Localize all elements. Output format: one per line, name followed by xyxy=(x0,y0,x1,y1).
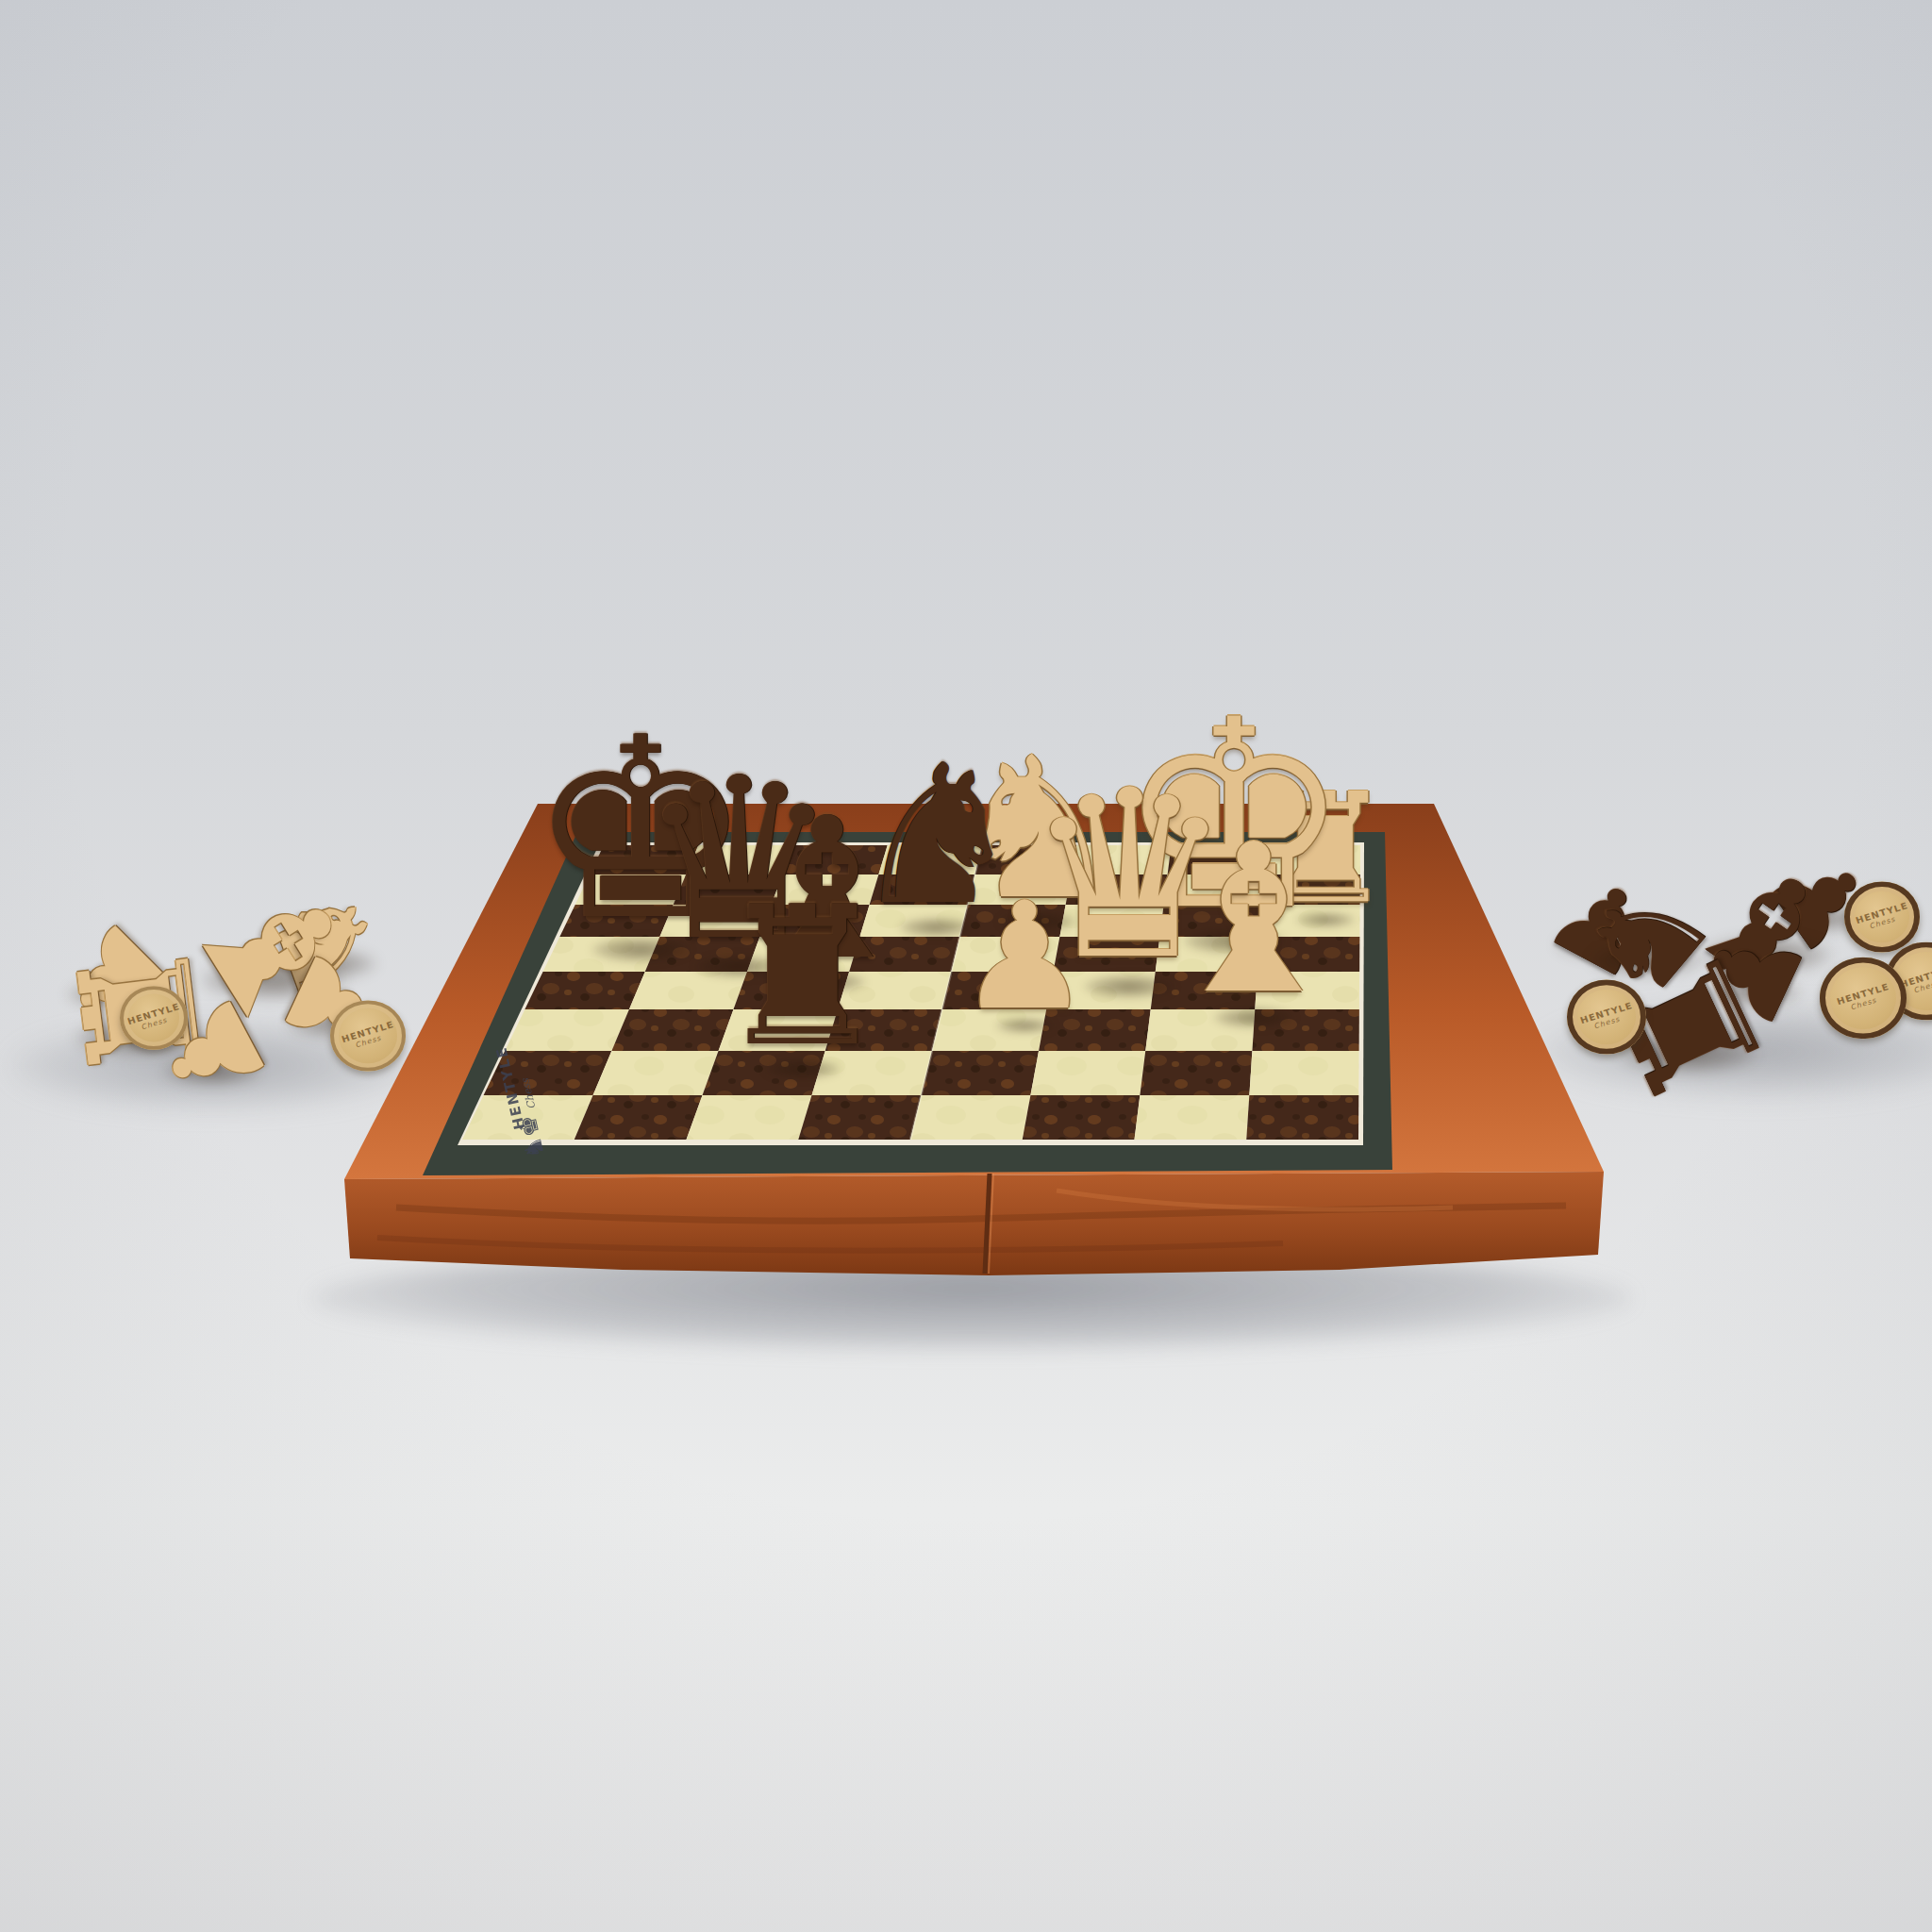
piece-white-pawn-e3: ♟ xyxy=(958,882,1091,1030)
square-b3 xyxy=(611,1009,733,1051)
square-a3 xyxy=(505,1009,629,1051)
square-f2 xyxy=(1030,1051,1145,1095)
captured-black-base-stamp: HENTYLEChess xyxy=(1820,958,1907,1039)
frame-front-face xyxy=(344,1172,1604,1275)
piece-white-bishop-g3: ♝ xyxy=(1161,817,1345,1023)
piece-black-rook-c2: ♜ xyxy=(717,881,890,1074)
square-b2 xyxy=(593,1051,719,1095)
square-f1 xyxy=(1023,1095,1141,1140)
square-b1 xyxy=(575,1095,703,1140)
square-e1 xyxy=(910,1095,1030,1140)
product-photo-stage: HENTYLEChess♞♚ ♚♛♝♞♜♞♟♛♚♝♜♟♞♝♜♟♟♟♞♝♟♟♜HE… xyxy=(0,0,1932,1932)
square-d1 xyxy=(798,1095,921,1140)
square-g2 xyxy=(1140,1051,1252,1095)
captured-white-base-stamp: HENTYLEChess xyxy=(330,1000,406,1071)
square-g1 xyxy=(1135,1095,1250,1140)
captured-black-base-stamp: HENTYLEChess xyxy=(1567,980,1646,1055)
square-e2 xyxy=(921,1051,1039,1095)
square-c1 xyxy=(687,1095,812,1140)
square-a4 xyxy=(525,972,644,1009)
square-h1 xyxy=(1246,1095,1358,1140)
square-h2 xyxy=(1249,1051,1358,1095)
